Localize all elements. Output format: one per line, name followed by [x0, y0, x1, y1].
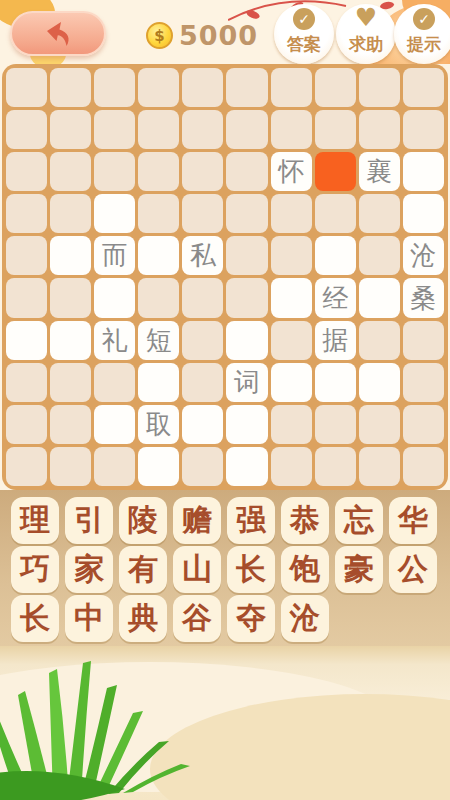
coin-icon: $ [146, 22, 173, 49]
tray-tile[interactable]: 豪 [335, 546, 383, 593]
board-cell-blocked [315, 447, 356, 486]
tray-row: 理引陵赡强恭忘华 [11, 497, 450, 544]
board-cell-blocked [226, 236, 267, 275]
board-cell-blocked [271, 405, 312, 444]
board-cell-blocked [359, 447, 400, 486]
board-cell-blocked [315, 405, 356, 444]
board-cell-empty[interactable] [50, 236, 91, 275]
help-button[interactable]: ♥ 求助 [336, 4, 396, 64]
board-cell-filled[interactable]: 沧 [403, 236, 444, 275]
board-cell-blocked [271, 68, 312, 107]
board-cell-empty[interactable] [315, 363, 356, 402]
tray-tile[interactable]: 巧 [11, 546, 59, 593]
board-cell-blocked [226, 68, 267, 107]
board-cell-filled[interactable]: 襄 [359, 152, 400, 191]
board-cell-blocked [315, 194, 356, 233]
tray-tile[interactable]: 陵 [119, 497, 167, 544]
board-cell-blocked [94, 447, 135, 486]
board-cell-blocked [50, 278, 91, 317]
crossword-board: 怀襄而私沧经桑礼短据词取 [2, 64, 448, 490]
board-cell-empty[interactable] [94, 405, 135, 444]
tray-tile[interactable]: 华 [389, 497, 437, 544]
board-cell-blocked [182, 447, 223, 486]
board-cell-blocked [403, 321, 444, 360]
tray-tile[interactable]: 理 [11, 497, 59, 544]
board-cell-empty[interactable] [138, 447, 179, 486]
tray-tile[interactable]: 强 [227, 497, 275, 544]
board-cell-filled[interactable]: 据 [315, 321, 356, 360]
board-cell-filled[interactable]: 怀 [271, 152, 312, 191]
tray-tile[interactable]: 忘 [335, 497, 383, 544]
board-cell-filled[interactable]: 经 [315, 278, 356, 317]
board-cell-filled[interactable]: 礼 [94, 321, 135, 360]
tray-row: 巧家有山长饱豪公 [11, 546, 450, 593]
board-cell-blocked [403, 68, 444, 107]
tray-tile[interactable]: 饱 [281, 546, 329, 593]
heart-icon: ♥ [355, 5, 377, 31]
header-bar: $ 5000 ✓ 答案 ♥ 求助 ✓ 提示 [0, 0, 450, 64]
board-cell-empty[interactable] [359, 363, 400, 402]
board-cell-blocked [50, 68, 91, 107]
tray-tile[interactable]: 夺 [227, 595, 275, 642]
board-cell-blocked [359, 194, 400, 233]
footer-scenery [0, 646, 450, 800]
board-cell-blocked [50, 447, 91, 486]
tray-tile[interactable]: 有 [119, 546, 167, 593]
tray-tile[interactable]: 沧 [281, 595, 329, 642]
tray-tile[interactable]: 引 [65, 497, 113, 544]
tray-tile[interactable]: 家 [65, 546, 113, 593]
board-cell-empty[interactable] [271, 278, 312, 317]
board-cell-empty[interactable] [226, 405, 267, 444]
board-cell-blocked [6, 363, 47, 402]
board-cell-blocked [138, 110, 179, 149]
board-cell-blocked [271, 236, 312, 275]
tray-tile[interactable]: 山 [173, 546, 221, 593]
board-cell-empty[interactable] [182, 405, 223, 444]
board-cell-blocked [403, 363, 444, 402]
board-cell-blocked [50, 405, 91, 444]
tray-tile[interactable]: 典 [119, 595, 167, 642]
board-cell-empty[interactable] [50, 321, 91, 360]
board-cell-blocked [138, 68, 179, 107]
board-cell-empty[interactable] [226, 447, 267, 486]
board-cell-blocked [94, 110, 135, 149]
board-cell-blocked [6, 405, 47, 444]
board-cell-filled[interactable]: 短 [138, 321, 179, 360]
board-cell-blocked [359, 68, 400, 107]
board-cell-blocked [182, 152, 223, 191]
board-cell-blocked [182, 110, 223, 149]
board-cell-empty[interactable] [226, 321, 267, 360]
board-cell-empty[interactable] [315, 236, 356, 275]
board-cell-blocked [6, 110, 47, 149]
tray-tile[interactable]: 恭 [281, 497, 329, 544]
tray-tile[interactable]: 赡 [173, 497, 221, 544]
board-cell-blocked [50, 110, 91, 149]
grass-icon [0, 661, 215, 800]
tray-tile[interactable]: 谷 [173, 595, 221, 642]
check-icon: ✓ [413, 8, 435, 30]
board-cell-empty[interactable] [359, 278, 400, 317]
board-cell-blocked [6, 68, 47, 107]
board-cell-blocked [315, 68, 356, 107]
board-cell-filled[interactable]: 桑 [403, 278, 444, 317]
board-cell-empty[interactable] [403, 152, 444, 191]
board-cell-blocked [315, 110, 356, 149]
board-cell-blocked [94, 363, 135, 402]
board-cell-blocked [50, 152, 91, 191]
board-cell-blocked [403, 447, 444, 486]
board-cell-blocked [226, 278, 267, 317]
board-cell-blocked [226, 110, 267, 149]
board-cell-empty[interactable] [403, 194, 444, 233]
board-cell-blocked [359, 236, 400, 275]
coin-counter: $ 5000 [146, 20, 258, 51]
board-cell-blocked [138, 278, 179, 317]
board-cell-blocked [226, 152, 267, 191]
board-cell-empty[interactable] [6, 321, 47, 360]
board-cell-blocked [271, 447, 312, 486]
board-cell-blocked [138, 194, 179, 233]
board-cell-empty[interactable] [138, 236, 179, 275]
board-cell-blocked [271, 321, 312, 360]
board-cell-blocked [359, 110, 400, 149]
board-cell-blocked [50, 363, 91, 402]
coin-amount: 5000 [179, 20, 258, 51]
tray-tile[interactable]: 公 [389, 546, 437, 593]
board-cell-blocked [182, 363, 223, 402]
character-tray: 理引陵赡强恭忘华巧家有山长饱豪公长中典谷夺沧 [0, 490, 450, 646]
board-cell-empty[interactable] [94, 194, 135, 233]
board-cell-blocked [6, 194, 47, 233]
board-cell-selected[interactable] [315, 152, 356, 191]
board-cell-blocked [271, 110, 312, 149]
board-cell-blocked [182, 194, 223, 233]
board-cell-blocked [359, 405, 400, 444]
board-cell-blocked [6, 152, 47, 191]
check-icon: ✓ [293, 8, 315, 30]
board-cell-blocked [6, 278, 47, 317]
board-cell-blocked [6, 236, 47, 275]
board-cell-blocked [182, 278, 223, 317]
answer-button-label: 答案 [274, 33, 334, 56]
board-cell-blocked [94, 152, 135, 191]
board-cell-blocked [226, 194, 267, 233]
tray-tile[interactable]: 中 [65, 595, 113, 642]
hint-button-label: 提示 [394, 33, 450, 56]
answer-button[interactable]: ✓ 答案 [274, 4, 334, 64]
board-cell-filled[interactable]: 而 [94, 236, 135, 275]
board-cell-filled[interactable]: 词 [226, 363, 267, 402]
back-arrow-icon [43, 20, 73, 48]
tray-row: 长中典谷夺沧 [11, 595, 450, 642]
board-cell-blocked [6, 447, 47, 486]
back-button[interactable] [10, 11, 106, 56]
board-cell-blocked [182, 68, 223, 107]
board-cell-blocked [403, 110, 444, 149]
tray-tile[interactable]: 长 [11, 595, 59, 642]
board-cell-blocked [271, 194, 312, 233]
board-cell-blocked [138, 152, 179, 191]
board-cell-filled[interactable]: 取 [138, 405, 179, 444]
board-cell-blocked [359, 321, 400, 360]
tray-tile[interactable]: 长 [227, 546, 275, 593]
board-cell-empty[interactable] [94, 278, 135, 317]
board-cell-blocked [182, 321, 223, 360]
board-cell-blocked [94, 68, 135, 107]
board-cell-blocked [403, 405, 444, 444]
board-cell-empty[interactable] [271, 363, 312, 402]
help-button-label: 求助 [336, 33, 396, 56]
hint-button[interactable]: ✓ 提示 [394, 4, 450, 64]
board-cell-filled[interactable]: 私 [182, 236, 223, 275]
board-cell-blocked [50, 194, 91, 233]
board-cell-empty[interactable] [138, 363, 179, 402]
